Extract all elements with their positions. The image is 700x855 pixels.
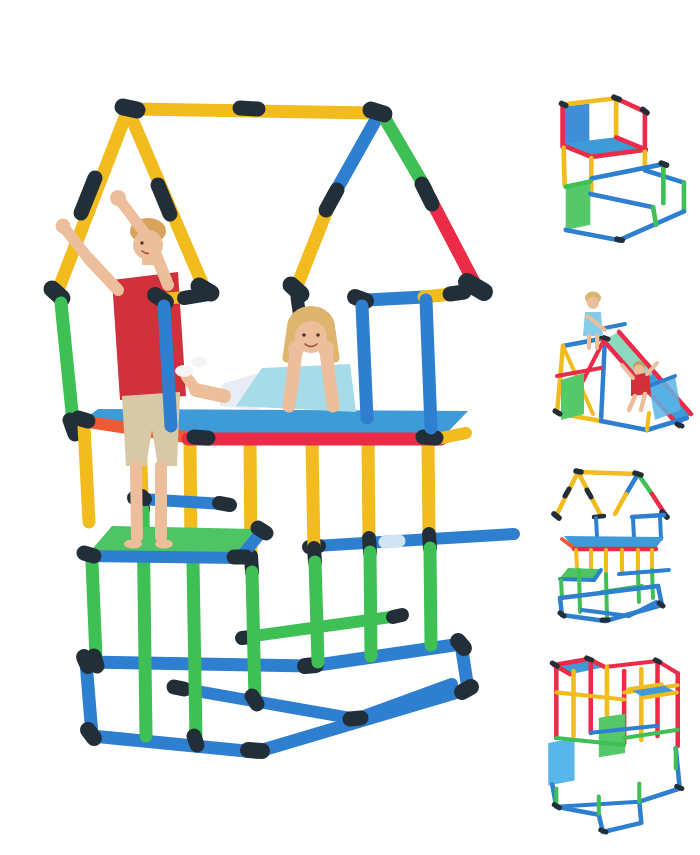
- thumbnail-configuration-1[interactable]: [528, 88, 700, 268]
- thumb4-structure: [548, 658, 682, 832]
- product-image-gallery: [0, 0, 700, 855]
- thumbnail-configuration-2[interactable]: [528, 268, 700, 460]
- thumbnail-configuration-3[interactable]: [528, 452, 700, 640]
- girl-figure: [175, 306, 356, 412]
- thumbnail-configuration-4[interactable]: [528, 636, 700, 855]
- step-platform: [84, 526, 266, 558]
- lower-rails: [242, 534, 514, 638]
- thumb2-structure: [555, 324, 691, 430]
- thumb1-structure: [562, 97, 684, 240]
- mid-rail: [134, 498, 230, 505]
- thumb3-structure: [554, 471, 669, 621]
- main-product-image[interactable]: [0, 0, 520, 855]
